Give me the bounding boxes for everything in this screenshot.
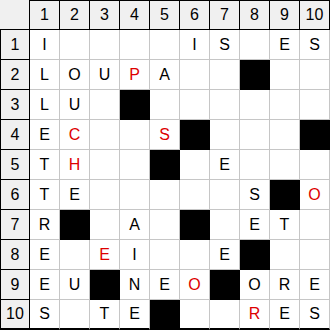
cell-r6c10[interactable]: O [300, 180, 330, 210]
cell-r4c2[interactable]: C [60, 120, 90, 150]
cell-r10c8[interactable]: R [240, 300, 270, 330]
cell-r6c6[interactable] [180, 180, 210, 210]
row-header-2: 2 [0, 60, 30, 90]
cell-r1c9[interactable]: E [270, 30, 300, 60]
cell-r7c10[interactable] [300, 210, 330, 240]
cell-r3c1[interactable]: L [30, 90, 60, 120]
cell-r1c4[interactable] [120, 30, 150, 60]
cell-r3c3[interactable] [90, 90, 120, 120]
cell-r9c1[interactable]: E [30, 270, 60, 300]
col-header-3: 3 [90, 0, 120, 30]
cell-r3c2[interactable]: U [60, 90, 90, 120]
cell-r5c9[interactable] [270, 150, 300, 180]
cell-r7c6 [180, 210, 210, 240]
cell-r8c1[interactable]: E [30, 240, 60, 270]
cell-r10c10[interactable]: S [300, 300, 330, 330]
cell-r1c5[interactable] [150, 30, 180, 60]
cell-r6c5[interactable] [150, 180, 180, 210]
cell-r9c9[interactable]: R [270, 270, 300, 300]
col-header-8: 8 [240, 0, 270, 30]
cell-r6c9 [270, 180, 300, 210]
row-header-7: 7 [0, 210, 30, 240]
cell-r8c10[interactable] [300, 240, 330, 270]
col-header-7: 7 [210, 0, 240, 30]
cell-r7c9[interactable]: T [270, 210, 300, 240]
corner-cell [0, 0, 30, 30]
cell-r3c9[interactable] [270, 90, 300, 120]
cell-r10c2[interactable] [60, 300, 90, 330]
cell-r7c5[interactable] [150, 210, 180, 240]
cell-r6c8[interactable]: S [240, 180, 270, 210]
cell-r7c7[interactable] [210, 210, 240, 240]
cell-r7c2 [60, 210, 90, 240]
cell-r9c6[interactable]: O [180, 270, 210, 300]
cell-r8c8 [240, 240, 270, 270]
cell-r8c4[interactable]: I [120, 240, 150, 270]
col-header-5: 5 [150, 0, 180, 30]
cell-r5c4[interactable] [120, 150, 150, 180]
cell-r3c4 [120, 90, 150, 120]
cell-r10c1[interactable]: S [30, 300, 60, 330]
cell-r2c4[interactable]: P [120, 60, 150, 90]
cell-r5c2[interactable]: H [60, 150, 90, 180]
cell-r1c6[interactable]: I [180, 30, 210, 60]
cell-r10c9[interactable]: E [270, 300, 300, 330]
cell-r5c5 [150, 150, 180, 180]
cell-r6c1[interactable]: T [30, 180, 60, 210]
cell-r8c9[interactable] [270, 240, 300, 270]
cell-r2c1[interactable]: L [30, 60, 60, 90]
cell-r2c9[interactable] [270, 60, 300, 90]
cell-r5c3[interactable] [90, 150, 120, 180]
cell-r9c3 [90, 270, 120, 300]
cell-r4c7[interactable] [210, 120, 240, 150]
cell-r4c8[interactable] [240, 120, 270, 150]
cell-r4c1[interactable]: E [30, 120, 60, 150]
col-header-1: 1 [30, 0, 60, 30]
row-header-3: 3 [0, 90, 30, 120]
cell-r4c6 [180, 120, 210, 150]
cell-r1c2[interactable] [60, 30, 90, 60]
cell-r9c10[interactable]: E [300, 270, 330, 300]
row-header-9: 9 [0, 270, 30, 300]
cell-r1c8[interactable] [240, 30, 270, 60]
cell-r5c1[interactable]: T [30, 150, 60, 180]
cell-r8c7[interactable]: E [210, 240, 240, 270]
cell-r2c6[interactable] [180, 60, 210, 90]
cell-r1c7[interactable]: S [210, 30, 240, 60]
row-header-8: 8 [0, 240, 30, 270]
cell-r2c3[interactable]: U [90, 60, 120, 90]
cell-r5c8[interactable] [240, 150, 270, 180]
cell-r4c9[interactable] [270, 120, 300, 150]
cell-r3c10[interactable] [300, 90, 330, 120]
crossword-board: 123456789101IISES2LOUPA3LU4ECS5THE6TESO7… [0, 0, 330, 330]
cell-r3c8[interactable] [240, 90, 270, 120]
cell-r4c5[interactable]: S [150, 120, 180, 150]
cell-r2c5[interactable]: A [150, 60, 180, 90]
cell-r6c4[interactable] [120, 180, 150, 210]
cell-r7c1[interactable]: R [30, 210, 60, 240]
cell-r6c3[interactable] [90, 180, 120, 210]
cell-r9c4[interactable]: N [120, 270, 150, 300]
cell-r9c7 [210, 270, 240, 300]
cell-r8c5[interactable] [150, 240, 180, 270]
cell-r10c6[interactable] [180, 300, 210, 330]
cell-r2c7[interactable] [210, 60, 240, 90]
col-header-9: 9 [270, 0, 300, 30]
col-header-2: 2 [60, 0, 90, 30]
cell-r9c5[interactable]: E [150, 270, 180, 300]
cell-r9c8[interactable]: O [240, 270, 270, 300]
col-header-4: 4 [120, 0, 150, 30]
row-header-6: 6 [0, 180, 30, 210]
cell-r5c6[interactable] [180, 150, 210, 180]
cell-r8c2[interactable] [60, 240, 90, 270]
cell-r2c8 [240, 60, 270, 90]
cell-r6c7[interactable] [210, 180, 240, 210]
cell-r5c10[interactable] [300, 150, 330, 180]
cell-r4c3[interactable] [90, 120, 120, 150]
row-header-1: 1 [0, 30, 30, 60]
cell-r3c6[interactable] [180, 90, 210, 120]
row-header-5: 5 [0, 150, 30, 180]
cell-r10c7[interactable] [210, 300, 240, 330]
cell-r10c3[interactable]: T [90, 300, 120, 330]
cell-r7c3[interactable] [90, 210, 120, 240]
cell-r1c10[interactable]: S [300, 30, 330, 60]
cell-r3c7[interactable] [210, 90, 240, 120]
row-header-4: 4 [0, 120, 30, 150]
row-header-10: 10 [0, 300, 30, 330]
cell-r2c2[interactable]: O [60, 60, 90, 90]
cell-r6c2[interactable]: E [60, 180, 90, 210]
cell-r7c8[interactable]: E [240, 210, 270, 240]
col-header-10: 10 [300, 0, 330, 30]
cell-r4c4[interactable] [120, 120, 150, 150]
cell-r3c5[interactable] [150, 90, 180, 120]
cell-r8c6[interactable] [180, 240, 210, 270]
cell-r10c5 [150, 300, 180, 330]
cell-r8c3[interactable]: E [90, 240, 120, 270]
cell-r5c7[interactable]: E [210, 150, 240, 180]
cell-r4c10 [300, 120, 330, 150]
cell-r2c10[interactable] [300, 60, 330, 90]
cell-r10c4[interactable]: E [120, 300, 150, 330]
cell-r1c1[interactable]: I [30, 30, 60, 60]
cell-r7c4[interactable]: A [120, 210, 150, 240]
cell-r1c3[interactable] [90, 30, 120, 60]
cell-r9c2[interactable]: U [60, 270, 90, 300]
col-header-6: 6 [180, 0, 210, 30]
